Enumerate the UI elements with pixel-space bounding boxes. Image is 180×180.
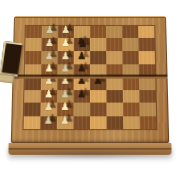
- square-g3[interactable]: [123, 90, 140, 103]
- square-e6[interactable]: [90, 51, 106, 64]
- square-f6[interactable]: [106, 51, 122, 64]
- square-d1[interactable]: [73, 116, 90, 129]
- square-f2[interactable]: [106, 103, 123, 116]
- black-pawn[interactable]: ♟: [77, 89, 86, 99]
- square-a1[interactable]: [24, 116, 41, 129]
- square-e1[interactable]: [90, 116, 107, 129]
- square-d2[interactable]: [73, 103, 90, 116]
- square-e3[interactable]: [90, 90, 106, 103]
- square-d3[interactable]: ♟: [74, 90, 90, 103]
- black-pawn[interactable]: ♟: [77, 63, 86, 73]
- cast-shadow: [18, 149, 164, 159]
- square-a6[interactable]: [25, 51, 41, 64]
- square-c1[interactable]: ♟: [57, 116, 74, 129]
- white-pawn[interactable]: ♟: [44, 102, 53, 113]
- square-f8[interactable]: [106, 26, 122, 38]
- square-h2[interactable]: [139, 103, 156, 116]
- white-pawn[interactable]: ♟: [44, 89, 53, 99]
- square-f4[interactable]: [106, 77, 122, 90]
- square-g7[interactable]: [122, 38, 138, 51]
- white-pawn[interactable]: ♟: [61, 102, 70, 113]
- square-a4[interactable]: [24, 77, 41, 90]
- fold-seam: [12, 75, 167, 79]
- square-a8[interactable]: [26, 26, 42, 38]
- folding-chess-set: ♟♟♟♟♞♟♟♟♟♟♟♟♟♟♟♟♟♟♟♟♟♟: [10, 16, 169, 155]
- square-h6[interactable]: [139, 51, 155, 64]
- square-e2[interactable]: [90, 103, 107, 116]
- square-h3[interactable]: [139, 90, 156, 103]
- square-e7[interactable]: [90, 38, 106, 51]
- chess-board: ♟♟♟♟♞♟♟♟♟♟♟♟♟♟♟♟♟♟♟♟♟♟: [11, 16, 169, 143]
- photo-scene: ♟♟♟♟♞♟♟♟♟♟♟♟♟♟♟♟♟♟♟♟♟♟: [0, 0, 180, 180]
- white-pawn[interactable]: ♟: [45, 63, 54, 73]
- square-g1[interactable]: [123, 116, 140, 129]
- white-pawn[interactable]: ♟: [44, 115, 53, 126]
- square-f3[interactable]: [106, 90, 123, 103]
- white-pawn[interactable]: ♟: [45, 25, 54, 35]
- square-g2[interactable]: [123, 103, 140, 116]
- square-e4[interactable]: ♟: [90, 77, 106, 90]
- square-a2[interactable]: [24, 103, 41, 116]
- white-pawn[interactable]: ♟: [61, 63, 70, 73]
- square-h7[interactable]: [138, 38, 154, 51]
- white-pawn[interactable]: ♟: [45, 38, 54, 48]
- white-pawn[interactable]: ♟: [61, 38, 70, 48]
- square-g6[interactable]: [122, 51, 138, 64]
- white-pawn[interactable]: ♟: [61, 51, 70, 61]
- square-f7[interactable]: [106, 38, 122, 51]
- square-a7[interactable]: [25, 38, 41, 51]
- square-e8[interactable]: [90, 26, 106, 38]
- black-pawn[interactable]: ♟: [77, 51, 86, 61]
- white-pawn[interactable]: ♟: [61, 25, 70, 35]
- white-pawn[interactable]: ♟: [60, 115, 69, 126]
- square-f1[interactable]: [107, 116, 124, 129]
- square-g4[interactable]: [123, 77, 140, 90]
- white-pawn[interactable]: ♟: [45, 51, 54, 61]
- square-b1[interactable]: ♟: [40, 116, 57, 129]
- square-a3[interactable]: [24, 90, 41, 103]
- square-h8[interactable]: [138, 26, 154, 38]
- black-knight[interactable]: ♞: [76, 36, 88, 49]
- square-h1[interactable]: [140, 116, 157, 129]
- square-g8[interactable]: [122, 26, 138, 38]
- square-h4[interactable]: [139, 77, 156, 90]
- white-pawn[interactable]: ♟: [61, 89, 70, 99]
